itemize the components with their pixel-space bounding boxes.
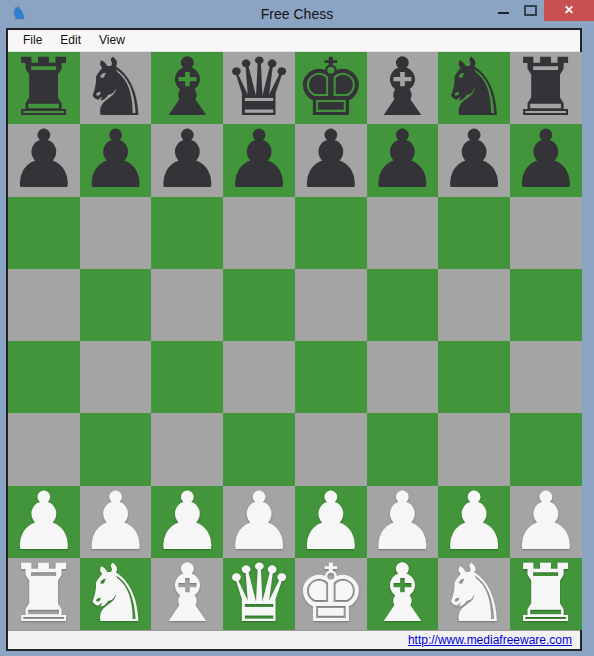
close-button[interactable]: ✕ [544,0,594,21]
piece-black-pawn[interactable]: ♟ [151,124,223,196]
square-e5[interactable] [295,269,367,341]
square-c5[interactable] [151,269,223,341]
piece-black-pawn[interactable]: ♟ [8,124,80,196]
piece-white-knight[interactable]: ♞ [438,558,510,630]
square-e4[interactable] [295,341,367,413]
client-area: File Edit View ♜♞♝♛♚♝♞♜♟♟♟♟♟♟♟♟♟♟♟♟♟♟♟♟♜… [6,28,582,651]
square-h4[interactable] [510,341,582,413]
square-c1[interactable]: ♝ [151,558,223,630]
piece-black-pawn[interactable]: ♟ [295,124,367,196]
square-g6[interactable] [438,197,510,269]
square-f4[interactable] [367,341,439,413]
square-g7[interactable]: ♟ [438,124,510,196]
piece-black-pawn[interactable]: ♟ [367,124,439,196]
piece-white-rook[interactable]: ♜ [510,558,582,630]
minimize-icon [498,12,509,14]
piece-white-king[interactable]: ♚ [295,558,367,630]
square-e7[interactable]: ♟ [295,124,367,196]
square-b4[interactable] [80,341,152,413]
window-controls: ✕ [490,0,594,28]
titlebar[interactable]: ♞ Free Chess ✕ [0,0,594,28]
square-f1[interactable]: ♝ [367,558,439,630]
maximize-button[interactable] [516,0,544,21]
square-a5[interactable] [8,269,80,341]
piece-white-bishop[interactable]: ♝ [151,558,223,630]
minimize-button[interactable] [490,0,516,21]
square-h7[interactable]: ♟ [510,124,582,196]
square-f6[interactable] [367,197,439,269]
app-window: ♞ Free Chess ✕ File Edit View ♜♞♝♛♚♝♞♜♟♟… [0,0,594,656]
square-a4[interactable] [8,341,80,413]
square-a6[interactable] [8,197,80,269]
square-h1[interactable]: ♜ [510,558,582,630]
square-c6[interactable] [151,197,223,269]
square-d5[interactable] [223,269,295,341]
square-d6[interactable] [223,197,295,269]
maximize-icon [524,5,537,16]
square-g5[interactable] [438,269,510,341]
square-f7[interactable]: ♟ [367,124,439,196]
square-a7[interactable]: ♟ [8,124,80,196]
square-f5[interactable] [367,269,439,341]
piece-white-rook[interactable]: ♜ [8,558,80,630]
square-b6[interactable] [80,197,152,269]
square-c7[interactable]: ♟ [151,124,223,196]
square-e1[interactable]: ♚ [295,558,367,630]
square-g1[interactable]: ♞ [438,558,510,630]
square-b7[interactable]: ♟ [80,124,152,196]
piece-white-knight[interactable]: ♞ [80,558,152,630]
square-b5[interactable] [80,269,152,341]
piece-black-pawn[interactable]: ♟ [438,124,510,196]
square-g4[interactable] [438,341,510,413]
square-a1[interactable]: ♜ [8,558,80,630]
square-e6[interactable] [295,197,367,269]
statusbar-link[interactable]: http://www.mediafreeware.com [408,631,572,649]
chess-board: ♜♞♝♛♚♝♞♜♟♟♟♟♟♟♟♟♟♟♟♟♟♟♟♟♜♞♝♛♚♝♞♜ [8,52,580,630]
piece-black-pawn[interactable]: ♟ [223,124,295,196]
square-h6[interactable] [510,197,582,269]
square-c4[interactable] [151,341,223,413]
square-d1[interactable]: ♛ [223,558,295,630]
piece-white-bishop[interactable]: ♝ [367,558,439,630]
close-icon: ✕ [564,0,574,21]
piece-black-pawn[interactable]: ♟ [510,124,582,196]
square-b1[interactable]: ♞ [80,558,152,630]
piece-black-pawn[interactable]: ♟ [80,124,152,196]
piece-white-queen[interactable]: ♛ [223,558,295,630]
square-d4[interactable] [223,341,295,413]
square-h5[interactable] [510,269,582,341]
square-d7[interactable]: ♟ [223,124,295,196]
